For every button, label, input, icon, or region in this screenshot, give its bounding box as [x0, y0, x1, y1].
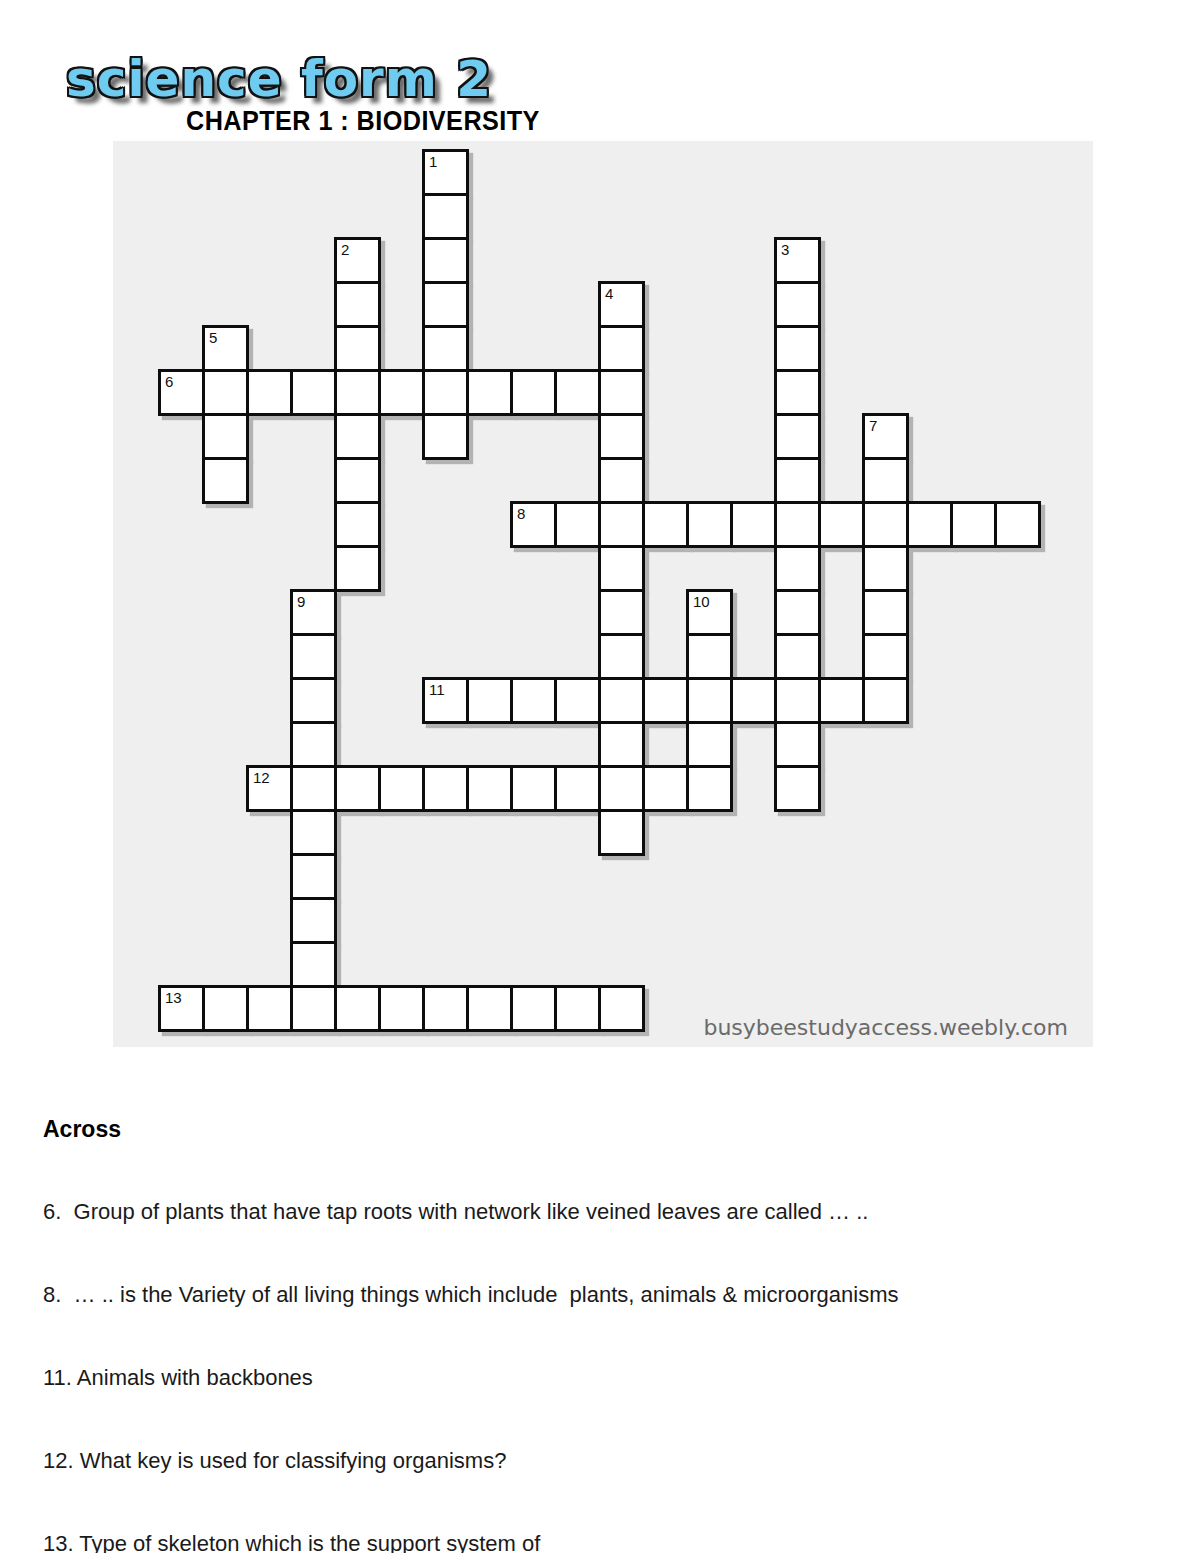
grid-cell[interactable]	[334, 369, 381, 416]
grid-cell[interactable]	[994, 501, 1041, 548]
watermark: busybeestudyaccess.weebly.com	[703, 1015, 1068, 1040]
grid-cell[interactable]	[378, 369, 425, 416]
grid-cell[interactable]	[598, 677, 645, 724]
grid-cell[interactable]: 3	[774, 237, 821, 284]
grid-cell[interactable]: 11	[422, 677, 469, 724]
grid-cell[interactable]	[598, 457, 645, 504]
grid-cell[interactable]	[334, 545, 381, 592]
grid-cell[interactable]	[290, 941, 337, 988]
grid-cell[interactable]	[466, 765, 513, 812]
clue-across-12: 12. What key is used for classifying org…	[43, 1447, 1173, 1475]
grid-cell[interactable]	[906, 501, 953, 548]
grid-cell[interactable]: 13	[158, 985, 205, 1032]
grid-cell[interactable]	[774, 721, 821, 768]
grid-cell[interactable]	[598, 413, 645, 460]
grid-cell[interactable]: 8	[510, 501, 557, 548]
across-heading: Across	[43, 1115, 1173, 1143]
grid-cell[interactable]: 7	[862, 413, 909, 460]
page-title: science form 2	[66, 50, 492, 108]
grid-cell[interactable]	[422, 765, 469, 812]
grid-cell[interactable]	[774, 765, 821, 812]
clue-number: 9	[297, 594, 305, 611]
clue-number: 2	[341, 242, 349, 259]
grid-cell[interactable]	[554, 501, 601, 548]
grid-cell[interactable]	[378, 765, 425, 812]
grid-cell[interactable]	[334, 765, 381, 812]
clue-across-6: 6. Group of plants that have tap roots w…	[43, 1198, 1173, 1226]
clue-number: 10	[693, 594, 710, 611]
grid-cell[interactable]	[554, 369, 601, 416]
grid-cell[interactable]	[862, 545, 909, 592]
grid-cell[interactable]	[422, 193, 469, 240]
grid-cell[interactable]	[422, 325, 469, 372]
grid-cell[interactable]	[774, 281, 821, 328]
grid-cell[interactable]: 4	[598, 281, 645, 328]
grid-cell[interactable]	[422, 369, 469, 416]
grid-cell[interactable]	[642, 677, 689, 724]
grid-cell[interactable]	[466, 369, 513, 416]
clue-across-11: 11. Animals with backbones	[43, 1364, 1173, 1392]
grid-cell[interactable]	[774, 325, 821, 372]
grid-cell[interactable]	[378, 985, 425, 1032]
grid-cell[interactable]	[290, 765, 337, 812]
clue-number: 13	[165, 990, 182, 1007]
grid-cell[interactable]	[774, 501, 821, 548]
grid-cell[interactable]	[818, 677, 865, 724]
clue-number: 3	[781, 242, 789, 259]
grid-cell[interactable]	[686, 721, 733, 768]
grid-cell[interactable]	[862, 677, 909, 724]
grid-cell[interactable]	[598, 325, 645, 372]
grid-cell[interactable]	[334, 985, 381, 1032]
grid-cell[interactable]	[202, 985, 249, 1032]
grid-cell[interactable]	[774, 633, 821, 680]
grid-cell[interactable]	[554, 765, 601, 812]
crossword-grid: 12345678910111213	[158, 149, 1041, 1032]
grid-cell[interactable]	[334, 325, 381, 372]
clues-section: Across 6. Group of plants that have tap …	[43, 1060, 1173, 1553]
grid-cell[interactable]	[862, 633, 909, 680]
grid-cell[interactable]	[202, 457, 249, 504]
clue-number: 6	[165, 374, 173, 391]
grid-cell[interactable]: 1	[422, 149, 469, 196]
grid-cell[interactable]: 2	[334, 237, 381, 284]
grid-cell[interactable]	[290, 985, 337, 1032]
grid-cell[interactable]	[554, 985, 601, 1032]
grid-cell[interactable]	[774, 545, 821, 592]
clue-number: 11	[429, 682, 445, 699]
grid-cell[interactable]	[598, 589, 645, 636]
grid-cell[interactable]: 10	[686, 589, 733, 636]
grid-cell[interactable]: 9	[290, 589, 337, 636]
grid-cell[interactable]	[642, 501, 689, 548]
grid-cell[interactable]	[422, 281, 469, 328]
grid-cell[interactable]	[422, 985, 469, 1032]
grid-cell[interactable]	[202, 369, 249, 416]
grid-cell[interactable]	[774, 677, 821, 724]
grid-cell[interactable]	[510, 985, 557, 1032]
clue-number: 8	[517, 506, 525, 523]
grid-cell[interactable]	[334, 501, 381, 548]
worksheet-page: science form 2 CHAPTER 1 : BIODIVERSITY …	[0, 0, 1200, 1553]
grid-cell[interactable]	[510, 369, 557, 416]
clue-across-8: 8. … .. is the Variety of all living thi…	[43, 1281, 1173, 1309]
grid-cell[interactable]	[510, 765, 557, 812]
grid-cell[interactable]	[290, 853, 337, 900]
grid-cell[interactable]	[950, 501, 997, 548]
grid-cell[interactable]	[598, 809, 645, 856]
grid-cell[interactable]	[686, 501, 733, 548]
grid-cell[interactable]	[686, 633, 733, 680]
grid-cell[interactable]	[862, 457, 909, 504]
grid-cell[interactable]	[774, 369, 821, 416]
chapter-heading: CHAPTER 1 : BIODIVERSITY	[186, 105, 540, 137]
grid-cell[interactable]	[598, 633, 645, 680]
grid-cell[interactable]	[686, 765, 733, 812]
clue-across-13: 13. Type of skeleton which is the suppor…	[43, 1530, 1173, 1553]
clue-number: 5	[209, 330, 217, 347]
grid-cell[interactable]	[290, 809, 337, 856]
grid-cell[interactable]	[730, 677, 777, 724]
grid-cell[interactable]	[290, 369, 337, 416]
grid-cell[interactable]	[290, 897, 337, 944]
grid-cell[interactable]: 5	[202, 325, 249, 372]
clue-number: 1	[429, 154, 437, 171]
grid-cell[interactable]	[290, 677, 337, 724]
grid-cell[interactable]	[246, 985, 293, 1032]
grid-cell[interactable]	[290, 721, 337, 768]
grid-cell[interactable]	[774, 589, 821, 636]
grid-cell[interactable]	[334, 281, 381, 328]
grid-cell[interactable]	[334, 413, 381, 460]
grid-cell[interactable]	[598, 721, 645, 768]
grid-cell[interactable]	[642, 765, 689, 812]
grid-cell[interactable]: 12	[246, 765, 293, 812]
clue-number: 12	[253, 770, 270, 787]
grid-cell[interactable]	[290, 633, 337, 680]
grid-cell[interactable]	[422, 413, 469, 460]
grid-cell[interactable]	[686, 677, 733, 724]
grid-cell[interactable]	[730, 501, 777, 548]
grid-cell[interactable]	[862, 589, 909, 636]
grid-cell[interactable]	[774, 457, 821, 504]
grid-cell[interactable]	[862, 501, 909, 548]
grid-cell[interactable]	[598, 765, 645, 812]
grid-cell[interactable]	[598, 985, 645, 1032]
grid-cell[interactable]	[774, 413, 821, 460]
grid-cell[interactable]	[598, 545, 645, 592]
grid-cell[interactable]	[598, 501, 645, 548]
clue-number: 7	[869, 418, 877, 435]
grid-cell[interactable]	[510, 677, 557, 724]
crossword-board: 12345678910111213 busybeestudyaccess.wee…	[113, 141, 1093, 1047]
grid-cell[interactable]	[334, 457, 381, 504]
grid-cell[interactable]	[466, 677, 513, 724]
grid-cell[interactable]: 6	[158, 369, 205, 416]
grid-cell[interactable]	[246, 369, 293, 416]
grid-cell[interactable]	[598, 369, 645, 416]
grid-cell[interactable]	[466, 985, 513, 1032]
grid-cell[interactable]	[422, 237, 469, 284]
clue-number: 4	[605, 286, 613, 303]
grid-cell[interactable]	[818, 501, 865, 548]
grid-cell[interactable]	[202, 413, 249, 460]
grid-cell[interactable]	[554, 677, 601, 724]
